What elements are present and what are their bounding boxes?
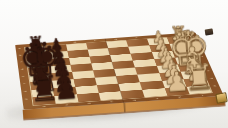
square-h5 (98, 91, 122, 100)
coordinate-label: h (212, 85, 222, 93)
square-h2: ♟ (164, 87, 189, 96)
chess-board: 87654321 87654321 abcdefgh abcdefgh ♜♟♟♜… (15, 32, 224, 109)
board-grid: ♜♟♟♜♞♟♟♞♝♟♟♝♛♟♟♛♚♟♟♚♝♟♟♝♞♟♟♞♜♟♟♜ (24, 36, 213, 106)
board-tilt-wrapper: 87654321 87654321 abcdefgh abcdefgh ♜♟♟♜… (13, 0, 216, 128)
square-h1: ♜ (186, 85, 211, 94)
square-h4 (120, 90, 144, 99)
chess-set-photo: 87654321 87654321 abcdefgh abcdefgh ♜♟♟♜… (0, 0, 228, 128)
fold-hinge-icon (205, 28, 214, 35)
square-e1: ♚ (178, 63, 202, 72)
coordinate-label: h (23, 98, 30, 106)
square-h7: ♟ (55, 94, 79, 103)
square-h3 (142, 88, 167, 97)
square-h6 (76, 93, 100, 102)
square-h8: ♜ (33, 96, 56, 105)
brass-latch-icon (215, 92, 228, 104)
board-perspective-wrapper: 87654321 87654321 abcdefgh abcdefgh ♜♟♟♜… (13, 0, 216, 128)
